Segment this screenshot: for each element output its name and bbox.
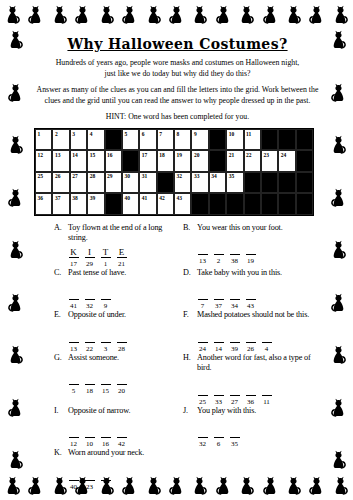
answer-code-number: 19 [247, 257, 254, 265]
answer-code-number: 40 [70, 483, 77, 491]
clue-E-label: E. [54, 310, 68, 321]
answer-blank: 22 [84, 332, 95, 353]
clue-B-answer-blanks: 1323819 [197, 244, 324, 265]
cell-number: 29 [107, 173, 113, 179]
clue-A-label: A. [54, 223, 68, 244]
clue-C-answer-blanks: 41329 [68, 289, 183, 310]
answer-letter-line [246, 385, 256, 396]
answer-letter-line [101, 289, 111, 300]
answer-blank: 3 [100, 332, 111, 353]
answer-code-number: 2 [217, 257, 221, 265]
blocked-cell [244, 193, 261, 214]
black-cat-icon [238, 5, 255, 25]
answer-code-number: 13 [199, 257, 206, 265]
black-cat-icon [330, 240, 347, 260]
instructions-paragraph: Answer as many of the clues as you can a… [31, 84, 324, 106]
black-cat-icon [7, 293, 24, 313]
cell-number: 25 [38, 173, 44, 179]
answer-code-number: 9 [104, 302, 108, 310]
instructions-line-1: Answer as many of the clues as you can a… [31, 84, 324, 95]
answer-code-number: 5 [72, 387, 76, 395]
blocked-cell [157, 172, 174, 193]
answer-letter-line [214, 289, 224, 300]
cell-number: 35 [229, 173, 235, 179]
answer-blank: E21 [116, 247, 127, 268]
black-cat-icon [330, 135, 347, 155]
blocked-cell [209, 150, 226, 171]
answer-blank: 34 [229, 289, 240, 310]
cell-number: 30 [124, 173, 130, 179]
cell-number: 19 [177, 152, 183, 158]
cell-number: 9 [194, 131, 197, 137]
clue-D-label: D. [183, 268, 197, 279]
cell-number: 38 [72, 195, 78, 201]
answer-blank: T1 [100, 247, 111, 268]
answer-code-number: 22 [86, 345, 93, 353]
answer-blank: 33 [213, 385, 224, 406]
answer-blank: 43 [245, 289, 256, 310]
answer-blank: 9 [100, 289, 111, 310]
letter-cell-42: 42 [157, 193, 174, 214]
worksheet-page: Why Halloween Costumes? Hundreds of year… [0, 0, 353, 500]
answer-blank: 19 [245, 244, 256, 265]
letter-cell-23: 23 [261, 150, 278, 171]
black-cat-icon [7, 398, 24, 418]
black-cat-icon [51, 5, 68, 25]
answer-code-number: 18 [86, 387, 93, 395]
answer-blank: 41 [68, 289, 79, 310]
letter-cell-5: 5 [122, 129, 139, 150]
cell-number: 11 [246, 131, 251, 137]
cell-number: 7 [159, 131, 162, 137]
answer-blank: 35 [229, 427, 240, 448]
answer-blank: 26 [245, 332, 256, 353]
answer-letter-line [230, 385, 240, 396]
letter-cell-7: 7 [157, 129, 174, 150]
clue-list: A.Toy flown at the end of a long string.… [31, 223, 324, 491]
clue-A: A.Toy flown at the end of a long string.… [54, 223, 183, 268]
answer-code-number: 15 [102, 387, 109, 395]
letter-cell-35: 35 [226, 172, 243, 193]
cell-number: 20 [194, 152, 200, 158]
black-cat-icon [7, 135, 24, 155]
cell-number: 41 [142, 195, 148, 201]
answer-code-number: 36 [247, 398, 254, 406]
clue-A-text: Toy flown at the end of a long string. [68, 223, 183, 244]
answer-letter-line [198, 244, 208, 255]
letter-cell-40: 40 [122, 193, 139, 214]
cell-number: 12 [38, 152, 44, 158]
clue-F-text: Mashed potatoes should not be this. [197, 310, 309, 321]
blocked-cell [209, 193, 226, 214]
answer-letter-line [85, 374, 95, 385]
codeword-grid: 1234567891011121314151617181920212223242… [34, 128, 314, 216]
clue-J-label: J. [183, 406, 197, 417]
answer-letter-line [214, 332, 224, 343]
instructions-line-2: clues and the grid until you can read th… [31, 95, 324, 106]
clue-C-label: C. [54, 268, 68, 279]
cell-number: 23 [263, 152, 269, 158]
letter-cell-31: 31 [139, 172, 156, 193]
blocked-cell [191, 193, 208, 214]
answer-blank: 42 [116, 427, 127, 448]
letter-cell-26: 26 [52, 172, 69, 193]
clue-H-text: Another word for fast, also a type of bi… [197, 353, 324, 374]
blocked-cell [209, 129, 226, 150]
cell-number: 1 [38, 131, 41, 137]
cell-number: 42 [159, 195, 165, 201]
answer-code-number: 11 [263, 398, 270, 406]
answer-letter-line [230, 427, 240, 438]
clue-H-label: H. [183, 353, 197, 374]
clue-J-answer-blanks: 32635 [197, 427, 324, 448]
answer-letter-line [246, 289, 256, 300]
cell-number: 37 [55, 195, 61, 201]
answer-letter-line [214, 427, 224, 438]
letter-cell-41: 41 [139, 193, 156, 214]
answer-letter-line [262, 385, 272, 396]
answer-blank: 37 [213, 289, 224, 310]
black-cat-icon [332, 5, 349, 25]
answer-blank: 11 [261, 385, 272, 406]
answer-letter-line [117, 427, 127, 438]
clue-J: J.You play with this. 32635 [183, 406, 324, 449]
answer-blank: 13 [68, 332, 79, 353]
answer-blank: 6 [213, 427, 224, 448]
letter-cell-29: 29 [105, 172, 122, 193]
answer-letter-line [198, 427, 208, 438]
cell-number: 39 [90, 195, 96, 201]
black-cat-icon [121, 5, 138, 25]
answer-code-number: 13 [70, 345, 77, 353]
intro-line-2: just like we do today but why did they d… [31, 68, 324, 79]
answer-code-number: 29 [86, 260, 93, 268]
answer-code-number: 26 [247, 345, 254, 353]
cell-number: 27 [72, 173, 78, 179]
answer-code-number: 7 [201, 302, 205, 310]
answer-letter-line [101, 470, 111, 481]
cat-border-right [327, 30, 349, 470]
clue-G-label: G. [54, 353, 68, 364]
black-cat-icon [168, 5, 185, 25]
blocked-cell [278, 172, 295, 193]
answer-blank: 12 [68, 427, 79, 448]
clue-K-answer-blanks: 40238 [68, 470, 183, 491]
answer-code-number: 37 [215, 302, 222, 310]
answer-letter-line: E [117, 247, 127, 258]
blocked-cell [296, 129, 313, 150]
answer-code-number: 14 [215, 345, 222, 353]
answer-letter-line [198, 385, 208, 396]
black-cat-icon [330, 30, 347, 50]
blocked-cell [105, 193, 122, 214]
letter-cell-15: 15 [87, 150, 104, 171]
clue-F-answer-blanks: 241439264 [197, 332, 324, 353]
answer-code-number: 3 [104, 345, 108, 353]
cell-number: 28 [90, 173, 96, 179]
clue-A-answer-blanks: K17I29T1E21 [68, 247, 183, 268]
answer-letter-line [85, 289, 95, 300]
answer-code-number: 38 [231, 257, 238, 265]
letter-cell-3: 3 [70, 129, 87, 150]
clue-H: H.Another word for fast, also a type of … [183, 353, 324, 406]
letter-cell-9: 9 [191, 129, 208, 150]
black-cat-icon [262, 5, 279, 25]
answer-blank: 27 [229, 385, 240, 406]
clue-D-answer-blanks: 7373443 [197, 289, 324, 310]
clue-C: C.Past tense of have. 41329 [54, 268, 183, 311]
cat-border-top [4, 3, 349, 26]
answer-letter-line [117, 374, 127, 385]
cell-number: 10 [229, 131, 235, 137]
black-cat-icon [4, 476, 21, 496]
answer-letter-line [230, 332, 240, 343]
letter-cell-4: 4 [87, 129, 104, 150]
letter-cell-2: 2 [52, 129, 69, 150]
clue-I-text: Opposite of narrow. [68, 406, 130, 417]
answer-blank: 20 [116, 374, 127, 395]
worksheet-content: Why Halloween Costumes? Hundreds of year… [31, 36, 324, 491]
answer-code-number: 23 [86, 483, 93, 491]
answer-letter-line [198, 289, 208, 300]
letter-cell-10: 10 [226, 129, 243, 150]
letter-cell-28: 28 [87, 172, 104, 193]
letter-cell-30: 30 [122, 172, 139, 193]
black-cat-icon [98, 5, 115, 25]
clue-E-text: Opposite of under. [68, 310, 126, 321]
letter-cell-8: 8 [174, 129, 191, 150]
answer-code-number: 24 [199, 345, 206, 353]
answer-code-number: 4 [265, 345, 269, 353]
clue-G-answer-blanks: 5181520 [68, 374, 183, 395]
answer-letter-line: T [101, 247, 111, 258]
answer-letter-line [69, 374, 79, 385]
cell-number: 22 [246, 152, 252, 158]
cell-number: 32 [177, 173, 183, 179]
letter-cell-27: 27 [70, 172, 87, 193]
black-cat-icon [330, 188, 347, 208]
answer-blank: 15 [100, 374, 111, 395]
answer-blank: 18 [84, 374, 95, 395]
black-cat-icon [7, 240, 24, 260]
clue-F: F.Mashed potatoes should not be this. 24… [183, 310, 324, 353]
answer-letter-line [69, 427, 79, 438]
answer-letter-line [69, 470, 79, 481]
answer-code-number: 34 [231, 302, 238, 310]
black-cat-icon [27, 5, 44, 25]
clue-B-label: B. [183, 223, 197, 234]
black-cat-icon [330, 398, 347, 418]
answer-code-number: 12 [70, 440, 77, 448]
answer-letter-line [69, 332, 79, 343]
clue-I-label: I. [54, 406, 68, 417]
answer-blank: I29 [84, 247, 95, 268]
clue-H-answer-blanks: 2533273611 [197, 385, 324, 406]
cell-number: 14 [72, 152, 78, 158]
answer-letter-line [246, 244, 256, 255]
blocked-cell [261, 129, 278, 150]
blocked-cell [122, 150, 139, 171]
letter-cell-37: 37 [52, 193, 69, 214]
clue-E: E.Opposite of under. 1322328 [54, 310, 183, 353]
blocked-cell [296, 193, 313, 214]
answer-blank: 8 [100, 470, 111, 491]
answer-code-number: 43 [247, 302, 254, 310]
letter-cell-36: 36 [35, 193, 52, 214]
black-cat-icon [7, 188, 24, 208]
answer-letter-line [101, 427, 111, 438]
clue-E-answer-blanks: 1322328 [68, 332, 183, 353]
clue-K: K.Worn around your neck. 40238 [54, 448, 183, 491]
cell-number: 5 [124, 131, 127, 137]
answer-code-number: 32 [86, 302, 93, 310]
answer-blank: 16 [100, 427, 111, 448]
cell-number: 21 [229, 152, 235, 158]
cell-number: 3 [72, 131, 75, 137]
answer-blank: 28 [116, 332, 127, 353]
cell-number: 40 [124, 195, 130, 201]
intro-paragraph: Hundreds of years ago, people wore masks… [31, 57, 324, 79]
letter-cell-17: 17 [139, 150, 156, 171]
black-cat-icon [4, 5, 21, 25]
answer-blank: 5 [68, 374, 79, 395]
black-cat-icon [7, 450, 24, 470]
cell-number: 36 [38, 195, 44, 201]
clue-I-answer-blanks: 12101642 [68, 427, 183, 448]
black-cat-icon [191, 5, 208, 25]
letter-cell-24: 24 [278, 150, 295, 171]
answer-blank: 7 [197, 289, 208, 310]
blocked-cell [226, 193, 243, 214]
answer-blank: 24 [197, 332, 208, 353]
answer-blank: 36 [245, 385, 256, 406]
cell-number: 34 [211, 173, 217, 179]
black-cat-icon [332, 476, 349, 496]
answer-letter-line [214, 244, 224, 255]
black-cat-icon [308, 5, 325, 25]
answer-blank: 25 [197, 385, 208, 406]
letter-cell-34: 34 [209, 172, 226, 193]
clue-F-label: F. [183, 310, 197, 321]
answer-letter-line: I [85, 247, 95, 258]
blocked-cell [244, 172, 261, 193]
black-cat-icon [7, 30, 24, 50]
answer-letter-line: K [69, 247, 79, 258]
answer-letter-line [198, 332, 208, 343]
letter-cell-39: 39 [87, 193, 104, 214]
blocked-cell [261, 193, 278, 214]
letter-cell-18: 18 [157, 150, 174, 171]
letter-cell-14: 14 [70, 150, 87, 171]
answer-letter-line [85, 470, 95, 481]
answer-blank: 23 [84, 470, 95, 491]
answer-code-number: 35 [231, 440, 238, 448]
answer-letter-line [230, 289, 240, 300]
letter-cell-22: 22 [244, 150, 261, 171]
answer-blank: 13 [197, 244, 208, 265]
cell-number: 18 [159, 152, 165, 158]
answer-code-number: 32 [199, 440, 206, 448]
letter-cell-20: 20 [191, 150, 208, 171]
black-cat-icon [330, 293, 347, 313]
blocked-cell [105, 129, 122, 150]
cell-number: 13 [55, 152, 61, 158]
letter-cell-11: 11 [244, 129, 261, 150]
answer-code-number: 39 [231, 345, 238, 353]
letter-cell-21: 21 [226, 150, 243, 171]
answer-code-number: 20 [118, 387, 125, 395]
answer-blank: 4 [261, 332, 272, 353]
cell-number: 8 [177, 131, 180, 137]
answer-blank: K17 [68, 247, 79, 268]
letter-cell-6: 6 [139, 129, 156, 150]
answer-letter-line [101, 374, 111, 385]
blocked-cell [296, 172, 313, 193]
letter-cell-1: 1 [35, 129, 52, 150]
clue-G-text: Assist someone. [68, 353, 119, 364]
answer-letter-line [262, 332, 272, 343]
answer-code-number: 42 [118, 440, 125, 448]
answer-code-number: 41 [70, 302, 77, 310]
cat-border-left [4, 30, 26, 470]
cell-number: 43 [177, 195, 183, 201]
answer-code-number: 1 [104, 260, 108, 268]
answer-code-number: 10 [86, 440, 93, 448]
answer-code-number: 8 [104, 483, 108, 491]
clue-G: G.Assist someone. 5181520 [54, 353, 183, 406]
page-title: Why Halloween Costumes? [31, 36, 324, 52]
answer-letter-line [214, 385, 224, 396]
black-cat-icon [145, 5, 162, 25]
clue-C-text: Past tense of have. [68, 268, 126, 279]
blocked-cell [278, 129, 295, 150]
answer-code-number: 28 [118, 345, 125, 353]
black-cat-icon [330, 450, 347, 470]
cell-number: 15 [90, 152, 96, 158]
answer-code-number: 33 [215, 398, 222, 406]
answer-blank: 32 [84, 289, 95, 310]
cell-number: 31 [142, 173, 148, 179]
clue-I: I.Opposite of narrow. 12101642 [54, 406, 183, 449]
answer-code-number: 6 [217, 440, 221, 448]
answer-letter-line [246, 332, 256, 343]
blocked-cell [278, 193, 295, 214]
answer-code-number: 17 [70, 260, 77, 268]
answer-letter-line [85, 332, 95, 343]
letter-cell-13: 13 [52, 150, 69, 171]
blocked-cell [261, 172, 278, 193]
answer-letter-line [85, 427, 95, 438]
cell-number: 26 [55, 173, 61, 179]
blocked-cell [296, 150, 313, 171]
cell-number: 33 [194, 173, 200, 179]
cell-number: 4 [90, 131, 93, 137]
cell-number: 24 [281, 152, 287, 158]
clue-K-text: Worn around your neck. [68, 448, 144, 459]
letter-cell-19: 19 [174, 150, 191, 171]
answer-code-number: 21 [118, 260, 125, 268]
answer-letter-line [101, 332, 111, 343]
answer-letter-line [230, 244, 240, 255]
answer-code-number: 25 [199, 398, 206, 406]
clue-B: B.You wear this on your foot. 1323819 [183, 223, 324, 268]
black-cat-icon [7, 345, 24, 365]
answer-blank: 14 [213, 332, 224, 353]
letter-cell-32: 32 [174, 172, 191, 193]
answer-blank: 10 [84, 427, 95, 448]
cell-number: 2 [55, 131, 58, 137]
answer-blank: 38 [229, 244, 240, 265]
